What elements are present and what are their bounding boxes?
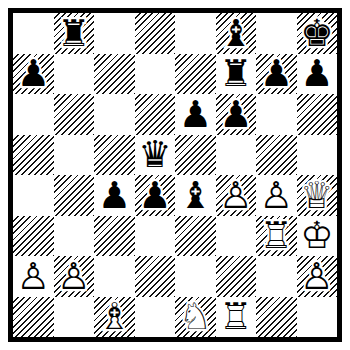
square-b3[interactable]	[54, 216, 95, 257]
piece-white-rook-icon: ♖	[216, 297, 257, 338]
piece-black-king-icon: ♚	[297, 13, 338, 54]
piece-black-pawn-icon: ♟	[94, 175, 135, 216]
piece-halo: ♟	[13, 54, 54, 95]
piece-white-rook-icon: ♖	[256, 216, 297, 257]
piece-halo: ♛	[135, 135, 176, 176]
piece-halo: ♟	[135, 175, 176, 216]
square-f7[interactable]: ♜♜	[216, 54, 257, 95]
square-d1[interactable]	[135, 297, 176, 338]
square-c8[interactable]	[94, 13, 135, 54]
square-e3[interactable]	[175, 216, 216, 257]
square-b2[interactable]: ♟♙	[54, 256, 95, 297]
piece-halo: ♞	[175, 297, 216, 338]
piece-halo: ♝	[175, 175, 216, 216]
square-g3[interactable]: ♜♖	[256, 216, 297, 257]
square-d8[interactable]	[135, 13, 176, 54]
square-d7[interactable]	[135, 54, 176, 95]
square-a4[interactable]	[13, 175, 54, 216]
square-d4[interactable]: ♟♟	[135, 175, 176, 216]
square-e2[interactable]	[175, 256, 216, 297]
piece-halo: ♟	[297, 256, 338, 297]
square-c3[interactable]	[94, 216, 135, 257]
square-d6[interactable]	[135, 94, 176, 135]
square-e7[interactable]	[175, 54, 216, 95]
piece-black-bishop-icon: ♝	[216, 13, 257, 54]
board-grid: ♜♜♝♝♚♚♟♟♜♜♟♟♟♟♟♟♟♟♛♛♟♟♟♟♝♝♟♙♟♙♛♕♜♖♚♔♟♙♟♙…	[13, 13, 337, 337]
piece-white-pawn-icon: ♙	[54, 256, 95, 297]
piece-black-pawn-icon: ♟	[256, 54, 297, 95]
square-f5[interactable]	[216, 135, 257, 176]
square-e4[interactable]: ♝♝	[175, 175, 216, 216]
piece-black-pawn-icon: ♟	[216, 94, 257, 135]
piece-white-pawn-icon: ♙	[297, 256, 338, 297]
piece-halo: ♜	[216, 54, 257, 95]
square-a6[interactable]	[13, 94, 54, 135]
piece-black-rook-icon: ♜	[54, 13, 95, 54]
piece-black-pawn-icon: ♟	[175, 94, 216, 135]
square-a7[interactable]: ♟♟	[13, 54, 54, 95]
piece-halo: ♟	[94, 175, 135, 216]
square-e1[interactable]: ♞♘	[175, 297, 216, 338]
piece-halo: ♚	[297, 13, 338, 54]
piece-black-queen-icon: ♛	[135, 135, 176, 176]
square-h4[interactable]: ♛♕	[297, 175, 338, 216]
square-d5[interactable]: ♛♛	[135, 135, 176, 176]
piece-white-pawn-icon: ♙	[216, 175, 257, 216]
square-g7[interactable]: ♟♟	[256, 54, 297, 95]
piece-black-pawn-icon: ♟	[13, 54, 54, 95]
square-b5[interactable]	[54, 135, 95, 176]
piece-halo: ♝	[216, 13, 257, 54]
square-b4[interactable]	[54, 175, 95, 216]
square-c6[interactable]	[94, 94, 135, 135]
square-f2[interactable]	[216, 256, 257, 297]
piece-white-bishop-icon: ♗	[94, 297, 135, 338]
piece-halo: ♟	[175, 94, 216, 135]
piece-black-pawn-icon: ♟	[135, 175, 176, 216]
piece-white-queen-icon: ♕	[297, 175, 338, 216]
square-e5[interactable]	[175, 135, 216, 176]
square-h1[interactable]	[297, 297, 338, 338]
square-f6[interactable]: ♟♟	[216, 94, 257, 135]
square-h3[interactable]: ♚♔	[297, 216, 338, 257]
piece-white-pawn-icon: ♙	[13, 256, 54, 297]
square-d2[interactable]	[135, 256, 176, 297]
square-b8[interactable]: ♜♜	[54, 13, 95, 54]
square-b1[interactable]	[54, 297, 95, 338]
piece-halo: ♟	[256, 54, 297, 95]
square-h6[interactable]	[297, 94, 338, 135]
square-b6[interactable]	[54, 94, 95, 135]
square-h7[interactable]: ♟♟	[297, 54, 338, 95]
square-c5[interactable]	[94, 135, 135, 176]
square-g6[interactable]	[256, 94, 297, 135]
square-c1[interactable]: ♝♗	[94, 297, 135, 338]
square-c4[interactable]: ♟♟	[94, 175, 135, 216]
square-e8[interactable]	[175, 13, 216, 54]
square-c7[interactable]	[94, 54, 135, 95]
square-a8[interactable]	[13, 13, 54, 54]
square-h8[interactable]: ♚♚	[297, 13, 338, 54]
piece-white-knight-icon: ♘	[175, 297, 216, 338]
piece-halo: ♟	[54, 256, 95, 297]
chess-board: ♜♜♝♝♚♚♟♟♜♜♟♟♟♟♟♟♟♟♛♛♟♟♟♟♝♝♟♙♟♙♛♕♜♖♚♔♟♙♟♙…	[8, 8, 342, 342]
square-g5[interactable]	[256, 135, 297, 176]
square-g4[interactable]: ♟♙	[256, 175, 297, 216]
square-f3[interactable]	[216, 216, 257, 257]
piece-halo: ♜	[256, 216, 297, 257]
square-f4[interactable]: ♟♙	[216, 175, 257, 216]
square-h5[interactable]	[297, 135, 338, 176]
piece-white-king-icon: ♔	[297, 216, 338, 257]
square-a5[interactable]	[13, 135, 54, 176]
square-f1[interactable]: ♜♖	[216, 297, 257, 338]
square-g8[interactable]	[256, 13, 297, 54]
piece-halo: ♟	[256, 175, 297, 216]
square-g1[interactable]	[256, 297, 297, 338]
piece-halo: ♜	[216, 297, 257, 338]
square-a3[interactable]	[13, 216, 54, 257]
piece-halo: ♝	[94, 297, 135, 338]
piece-white-pawn-icon: ♙	[256, 175, 297, 216]
piece-halo: ♜	[54, 13, 95, 54]
square-g2[interactable]	[256, 256, 297, 297]
square-e6[interactable]: ♟♟	[175, 94, 216, 135]
piece-black-bishop-icon: ♝	[175, 175, 216, 216]
piece-black-pawn-icon: ♟	[297, 54, 338, 95]
square-a1[interactable]	[13, 297, 54, 338]
piece-halo: ♟	[13, 256, 54, 297]
square-a2[interactable]: ♟♙	[13, 256, 54, 297]
square-f8[interactable]: ♝♝	[216, 13, 257, 54]
square-c2[interactable]	[94, 256, 135, 297]
square-h2[interactable]: ♟♙	[297, 256, 338, 297]
piece-black-rook-icon: ♜	[216, 54, 257, 95]
piece-halo: ♛	[297, 175, 338, 216]
piece-halo: ♟	[297, 54, 338, 95]
piece-halo: ♟	[216, 94, 257, 135]
square-d3[interactable]	[135, 216, 176, 257]
square-b7[interactable]	[54, 54, 95, 95]
piece-halo: ♟	[216, 175, 257, 216]
piece-halo: ♚	[297, 216, 338, 257]
